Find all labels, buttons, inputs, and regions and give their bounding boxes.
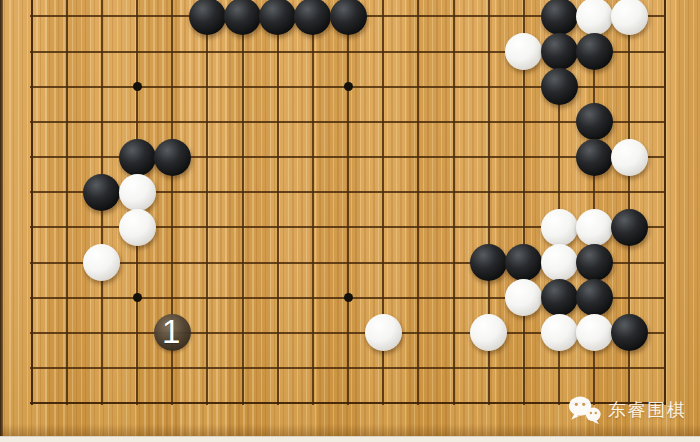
white-stone (541, 244, 578, 281)
black-stone (189, 0, 226, 35)
black-stone (83, 174, 120, 211)
board-grid-line (30, 367, 666, 369)
black-stone (294, 0, 331, 35)
black-stone (576, 33, 613, 70)
board-grid-line (242, 0, 244, 405)
black-stone (576, 244, 613, 281)
white-stone (576, 314, 613, 351)
watermark: 东睿围棋 (568, 395, 686, 425)
go-board[interactable]: 1 (0, 0, 700, 442)
black-stone (541, 279, 578, 316)
white-stone (119, 174, 156, 211)
black-stone (119, 139, 156, 176)
white-stone (541, 314, 578, 351)
black-stone (505, 244, 542, 281)
board-grid-line (664, 0, 666, 405)
board-grid-line (31, 0, 33, 405)
black-stone (576, 103, 613, 140)
board-grid-line (312, 0, 314, 405)
black-stone (541, 33, 578, 70)
white-stone (576, 0, 613, 35)
board-grid-line (66, 0, 68, 405)
black-stone (470, 244, 507, 281)
star-point (133, 293, 142, 302)
black-stone (224, 0, 261, 35)
white-stone (505, 33, 542, 70)
white-stone (505, 279, 542, 316)
white-stone (611, 139, 648, 176)
white-stone (365, 314, 402, 351)
star-point (133, 82, 142, 91)
move-1-label: 1 (162, 315, 180, 348)
white-stone (611, 0, 648, 35)
black-stone (576, 279, 613, 316)
black-stone (541, 68, 578, 105)
page-bottom-strip (0, 436, 700, 442)
board-grid-line (30, 121, 666, 123)
go-app-screenshot: 1 东睿围棋 (0, 0, 700, 442)
black-stone (541, 0, 578, 35)
board-grid-line (417, 0, 419, 405)
board-grid-line (206, 0, 208, 405)
black-stone (154, 139, 191, 176)
black-stone (576, 139, 613, 176)
watermark-text: 东睿围棋 (608, 398, 686, 422)
star-point (344, 82, 353, 91)
white-stone (576, 209, 613, 246)
white-stone (541, 209, 578, 246)
wechat-icon (568, 395, 601, 425)
black-stone (330, 0, 367, 35)
black-stone (611, 314, 648, 351)
white-stone (83, 244, 120, 281)
star-point (344, 293, 353, 302)
white-stone (119, 209, 156, 246)
board-grid-line (347, 0, 349, 405)
move-1-stone: 1 (154, 314, 191, 351)
board-grid-line (277, 0, 279, 405)
board-left-edge (0, 0, 3, 442)
black-stone (259, 0, 296, 35)
board-grid-line (453, 0, 455, 405)
black-stone (611, 209, 648, 246)
white-stone (470, 314, 507, 351)
